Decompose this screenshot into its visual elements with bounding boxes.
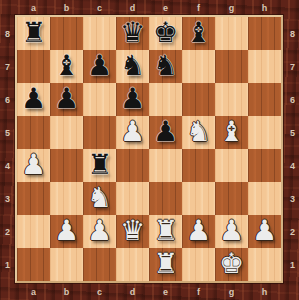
square-c6[interactable] (83, 83, 116, 116)
white-bishop[interactable]: ♝ (219, 118, 244, 146)
square-a2[interactable] (17, 215, 50, 248)
file-label-g: g (215, 1, 248, 15)
rank-label-8: 8 (1, 17, 14, 50)
file-label-c: c (83, 1, 116, 15)
black-queen[interactable]: ♛ (120, 19, 145, 47)
square-c3[interactable]: ♞ (83, 182, 116, 215)
square-h6[interactable] (248, 83, 281, 116)
rank-label-5: 5 (1, 116, 14, 149)
square-f3[interactable] (182, 182, 215, 215)
square-h2[interactable]: ♟ (248, 215, 281, 248)
square-h1[interactable] (248, 248, 281, 281)
white-pawn[interactable]: ♟ (54, 217, 79, 245)
file-label-f: f (182, 285, 215, 299)
white-pawn[interactable]: ♟ (219, 217, 244, 245)
file-label-b: b (50, 1, 83, 15)
square-d5[interactable]: ♟ (116, 116, 149, 149)
file-label-h: h (248, 285, 281, 299)
rank-label-1: 1 (1, 248, 14, 281)
rank-label-7: 7 (1, 50, 14, 83)
square-h5[interactable] (248, 116, 281, 149)
rank-label-2: 2 (1, 215, 14, 248)
square-b2[interactable]: ♟ (50, 215, 83, 248)
white-pawn[interactable]: ♟ (21, 151, 46, 179)
square-c2[interactable]: ♟ (83, 215, 116, 248)
rank-label-6: 6 (286, 83, 299, 116)
file-label-f: f (182, 1, 215, 15)
white-rook[interactable]: ♜ (153, 250, 178, 278)
rank-label-7: 7 (286, 50, 299, 83)
square-g5[interactable]: ♝ (215, 116, 248, 149)
square-f1[interactable] (182, 248, 215, 281)
square-d1[interactable] (116, 248, 149, 281)
black-pawn[interactable]: ♟ (21, 85, 46, 113)
square-d6[interactable]: ♟ (116, 83, 149, 116)
square-f7[interactable] (182, 50, 215, 83)
square-d7[interactable]: ♞ (116, 50, 149, 83)
square-g1[interactable]: ♚ (215, 248, 248, 281)
rank-label-3: 3 (1, 182, 14, 215)
square-c5[interactable] (83, 116, 116, 149)
file-label-d: d (116, 1, 149, 15)
file-label-a: a (17, 285, 50, 299)
white-queen[interactable]: ♛ (120, 217, 145, 245)
white-pawn[interactable]: ♟ (87, 217, 112, 245)
rank-label-5: 5 (286, 116, 299, 149)
file-label-c: c (83, 285, 116, 299)
square-h4[interactable] (248, 149, 281, 182)
square-a3[interactable] (17, 182, 50, 215)
rank-label-4: 4 (1, 149, 14, 182)
square-e3[interactable] (149, 182, 182, 215)
white-knight[interactable]: ♞ (87, 184, 112, 212)
file-label-e: e (149, 1, 182, 15)
square-b5[interactable] (50, 116, 83, 149)
black-pawn[interactable]: ♟ (153, 118, 178, 146)
black-knight[interactable]: ♞ (120, 52, 145, 80)
square-h8[interactable] (248, 17, 281, 50)
file-label-b: b (50, 285, 83, 299)
square-e1[interactable]: ♜ (149, 248, 182, 281)
rank-labels-left: 87654321 (1, 17, 14, 281)
square-e5[interactable]: ♟ (149, 116, 182, 149)
square-h7[interactable] (248, 50, 281, 83)
file-labels-bottom: abcdefgh (17, 285, 281, 299)
square-f5[interactable]: ♞ (182, 116, 215, 149)
file-label-g: g (215, 285, 248, 299)
square-g6[interactable] (215, 83, 248, 116)
square-a8[interactable]: ♜ (17, 17, 50, 50)
square-d8[interactable]: ♛ (116, 17, 149, 50)
rank-label-3: 3 (286, 182, 299, 215)
black-pawn[interactable]: ♟ (87, 52, 112, 80)
square-c1[interactable] (83, 248, 116, 281)
square-g3[interactable] (215, 182, 248, 215)
square-e4[interactable] (149, 149, 182, 182)
square-f2[interactable]: ♟ (182, 215, 215, 248)
white-knight[interactable]: ♞ (186, 118, 211, 146)
white-rook[interactable]: ♜ (153, 217, 178, 245)
square-a1[interactable] (17, 248, 50, 281)
square-b8[interactable] (50, 17, 83, 50)
rank-label-6: 6 (1, 83, 14, 116)
file-label-h: h (248, 1, 281, 15)
rank-label-2: 2 (286, 215, 299, 248)
file-labels-top: abcdefgh (17, 1, 281, 15)
rank-labels-right: 87654321 (286, 17, 299, 281)
square-f4[interactable] (182, 149, 215, 182)
black-pawn[interactable]: ♟ (120, 85, 145, 113)
square-c4[interactable]: ♜ (83, 149, 116, 182)
square-d4[interactable] (116, 149, 149, 182)
file-label-e: e (149, 285, 182, 299)
black-rook[interactable]: ♜ (87, 151, 112, 179)
square-b4[interactable] (50, 149, 83, 182)
square-c7[interactable]: ♟ (83, 50, 116, 83)
file-label-a: a (17, 1, 50, 15)
white-king[interactable]: ♚ (219, 250, 244, 278)
square-b7[interactable]: ♝ (50, 50, 83, 83)
square-g2[interactable]: ♟ (215, 215, 248, 248)
square-d2[interactable]: ♛ (116, 215, 149, 248)
square-e6[interactable] (149, 83, 182, 116)
square-a5[interactable] (17, 116, 50, 149)
square-g7[interactable] (215, 50, 248, 83)
rank-label-8: 8 (286, 17, 299, 50)
square-c8[interactable] (83, 17, 116, 50)
square-h3[interactable] (248, 182, 281, 215)
black-king[interactable]: ♚ (153, 19, 178, 47)
black-bishop[interactable]: ♝ (186, 19, 211, 47)
white-pawn[interactable]: ♟ (186, 217, 211, 245)
square-g8[interactable] (215, 17, 248, 50)
square-f8[interactable]: ♝ (182, 17, 215, 50)
white-pawn[interactable]: ♟ (120, 118, 145, 146)
square-b3[interactable] (50, 182, 83, 215)
black-knight[interactable]: ♞ (153, 52, 178, 80)
square-e2[interactable]: ♜ (149, 215, 182, 248)
square-e7[interactable]: ♞ (149, 50, 182, 83)
black-rook[interactable]: ♜ (21, 19, 46, 47)
file-label-d: d (116, 285, 149, 299)
square-f6[interactable] (182, 83, 215, 116)
square-a7[interactable] (17, 50, 50, 83)
chess-board-screenshot: abcdefgh 87654321 ♜♛♚♝♝♟♞♞♟♟♟♟♟♞♝♟♜♞♟♟♛♜… (0, 0, 299, 300)
square-e8[interactable]: ♚ (149, 17, 182, 50)
board: ♜♛♚♝♝♟♞♞♟♟♟♟♟♞♝♟♜♞♟♟♛♜♟♟♟♜♚ (15, 15, 283, 283)
square-g4[interactable] (215, 149, 248, 182)
white-pawn[interactable]: ♟ (252, 217, 277, 245)
square-d3[interactable] (116, 182, 149, 215)
rank-label-4: 4 (286, 149, 299, 182)
black-bishop[interactable]: ♝ (54, 52, 79, 80)
square-b6[interactable]: ♟ (50, 83, 83, 116)
square-a6[interactable]: ♟ (17, 83, 50, 116)
rank-label-1: 1 (286, 248, 299, 281)
black-pawn[interactable]: ♟ (54, 85, 79, 113)
square-b1[interactable] (50, 248, 83, 281)
square-a4[interactable]: ♟ (17, 149, 50, 182)
